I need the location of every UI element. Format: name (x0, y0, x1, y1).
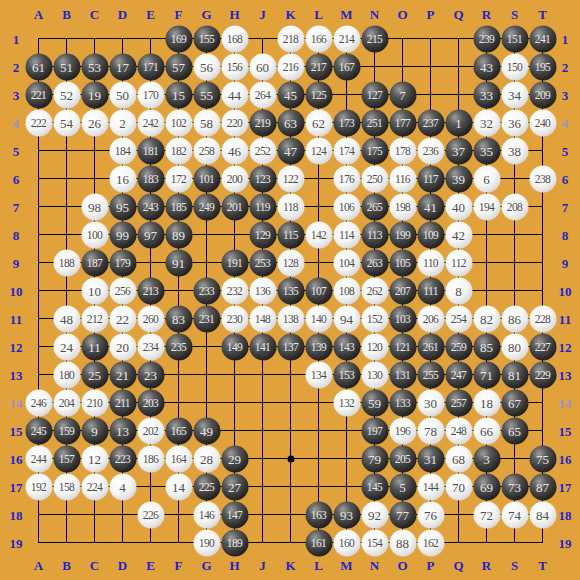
black-stone: 145 (361, 473, 388, 500)
row-label-left: 1 (13, 32, 20, 45)
white-stone: 174 (333, 137, 360, 164)
white-stone: 66 (473, 417, 500, 444)
black-stone: 165 (165, 417, 192, 444)
black-stone: 133 (389, 389, 416, 416)
black-stone: 11 (81, 333, 108, 360)
black-stone: 217 (305, 53, 332, 80)
black-stone: 91 (165, 249, 192, 276)
white-stone: 46 (221, 137, 248, 164)
white-stone: 240 (529, 109, 556, 136)
white-stone: 180 (53, 361, 80, 388)
column-label-top: B (62, 8, 71, 21)
column-label-bottom: T (538, 559, 547, 572)
black-stone: 65 (501, 417, 528, 444)
row-label-left: 15 (10, 424, 23, 437)
row-label-left: 19 (10, 536, 23, 549)
black-stone: 67 (501, 389, 528, 416)
white-stone: 176 (333, 165, 360, 192)
column-label-bottom: K (285, 559, 295, 572)
white-stone: 56 (193, 53, 220, 80)
black-stone: 35 (473, 137, 500, 164)
white-stone: 136 (249, 277, 276, 304)
black-stone: 191 (221, 249, 248, 276)
black-stone: 183 (137, 165, 164, 192)
column-label-bottom: B (62, 559, 71, 572)
black-stone: 79 (361, 445, 388, 472)
white-stone: 78 (417, 417, 444, 444)
black-stone: 135 (277, 277, 304, 304)
white-stone: 124 (305, 137, 332, 164)
black-stone: 237 (417, 109, 444, 136)
black-stone: 211 (109, 389, 136, 416)
white-stone: 20 (109, 333, 136, 360)
black-stone: 245 (25, 417, 52, 444)
white-stone: 244 (25, 445, 52, 472)
white-stone: 84 (529, 501, 556, 528)
row-label-right: 7 (562, 200, 569, 213)
black-stone: 111 (417, 277, 444, 304)
black-stone: 15 (165, 81, 192, 108)
black-stone: 175 (361, 137, 388, 164)
white-stone: 92 (361, 501, 388, 528)
white-stone: 118 (277, 193, 304, 220)
black-stone: 105 (389, 249, 416, 276)
black-stone: 243 (137, 193, 164, 220)
white-stone: 116 (389, 165, 416, 192)
black-stone: 21 (109, 361, 136, 388)
black-stone: 253 (249, 249, 276, 276)
black-stone: 93 (333, 501, 360, 528)
row-label-left: 16 (10, 452, 23, 465)
row-label-left: 4 (13, 116, 20, 129)
column-label-bottom: N (370, 559, 379, 572)
black-stone: 189 (221, 529, 248, 556)
row-label-right: 17 (559, 480, 572, 493)
black-stone: 63 (277, 109, 304, 136)
white-stone: 38 (501, 137, 528, 164)
black-stone: 265 (361, 193, 388, 220)
black-stone: 3 (473, 445, 500, 472)
white-stone: 134 (305, 361, 332, 388)
column-label-top: L (314, 8, 323, 21)
white-stone: 166 (305, 25, 332, 52)
white-stone: 44 (221, 81, 248, 108)
white-stone: 192 (25, 473, 52, 500)
white-stone: 128 (277, 249, 304, 276)
white-stone: 230 (221, 305, 248, 332)
black-stone: 129 (249, 221, 276, 248)
white-stone: 130 (361, 361, 388, 388)
row-label-right: 18 (559, 508, 572, 521)
black-stone: 89 (165, 221, 192, 248)
black-stone: 251 (361, 109, 388, 136)
black-stone: 75 (529, 445, 556, 472)
white-stone: 228 (529, 305, 556, 332)
black-stone: 163 (305, 501, 332, 528)
white-stone: 80 (501, 333, 528, 360)
black-stone: 95 (109, 193, 136, 220)
black-stone: 205 (389, 445, 416, 472)
column-label-top: D (118, 8, 127, 21)
column-label-top: A (34, 8, 43, 21)
white-stone: 232 (221, 277, 248, 304)
column-label-bottom: M (340, 559, 352, 572)
black-stone: 97 (137, 221, 164, 248)
white-stone: 196 (389, 417, 416, 444)
black-stone: 215 (361, 25, 388, 52)
go-board[interactable]: AABBCCDDEEFFGGHHJJKKLLMMNNOOPPQQRRSSTT11… (0, 0, 580, 580)
white-stone: 248 (445, 417, 472, 444)
black-stone: 239 (473, 25, 500, 52)
column-label-bottom: Q (453, 559, 463, 572)
white-stone: 140 (305, 305, 332, 332)
white-stone: 172 (165, 165, 192, 192)
black-stone: 53 (81, 53, 108, 80)
row-label-right: 16 (559, 452, 572, 465)
black-stone: 19 (81, 81, 108, 108)
black-stone: 229 (529, 361, 556, 388)
black-stone: 83 (165, 305, 192, 332)
black-stone: 37 (445, 137, 472, 164)
row-label-left: 5 (13, 144, 20, 157)
column-label-top: R (482, 8, 491, 21)
white-stone: 48 (53, 305, 80, 332)
row-label-right: 6 (562, 172, 569, 185)
white-stone: 72 (473, 501, 500, 528)
white-stone: 148 (249, 305, 276, 332)
white-stone: 50 (109, 81, 136, 108)
black-stone: 13 (109, 417, 136, 444)
column-label-bottom: O (397, 559, 407, 572)
black-stone: 255 (417, 361, 444, 388)
black-stone: 241 (529, 25, 556, 52)
white-stone: 110 (417, 249, 444, 276)
black-stone: 131 (389, 361, 416, 388)
black-stone: 71 (473, 361, 500, 388)
white-stone: 200 (221, 165, 248, 192)
white-stone: 184 (109, 137, 136, 164)
black-stone: 45 (277, 81, 304, 108)
black-stone: 199 (389, 221, 416, 248)
black-stone: 143 (333, 333, 360, 360)
black-stone: 55 (193, 81, 220, 108)
black-stone: 29 (221, 445, 248, 472)
white-stone: 120 (361, 333, 388, 360)
row-label-left: 3 (13, 88, 20, 101)
column-label-top: E (146, 8, 155, 21)
black-stone: 149 (221, 333, 248, 360)
column-label-bottom: R (482, 559, 491, 572)
column-label-bottom: J (259, 559, 266, 572)
row-label-left: 14 (10, 396, 23, 409)
black-stone: 117 (417, 165, 444, 192)
black-stone: 41 (417, 193, 444, 220)
black-stone: 59 (361, 389, 388, 416)
white-stone: 214 (333, 25, 360, 52)
row-label-right: 10 (559, 284, 572, 297)
black-stone: 223 (109, 445, 136, 472)
black-stone: 233 (193, 277, 220, 304)
white-stone: 6 (473, 165, 500, 192)
white-stone: 158 (53, 473, 80, 500)
black-stone: 77 (389, 501, 416, 528)
black-stone: 263 (361, 249, 388, 276)
row-label-right: 12 (559, 340, 572, 353)
white-stone: 42 (445, 221, 472, 248)
black-stone: 113 (361, 221, 388, 248)
white-stone: 22 (109, 305, 136, 332)
black-stone: 115 (277, 221, 304, 248)
column-label-top: C (90, 8, 99, 21)
black-stone: 123 (249, 165, 276, 192)
column-label-top: K (285, 8, 295, 21)
black-stone: 31 (417, 445, 444, 472)
black-stone: 181 (137, 137, 164, 164)
black-stone: 155 (193, 25, 220, 52)
black-stone: 203 (137, 389, 164, 416)
white-stone: 138 (277, 305, 304, 332)
white-stone: 246 (25, 389, 52, 416)
black-stone: 219 (249, 109, 276, 136)
black-stone: 187 (81, 249, 108, 276)
white-stone: 10 (81, 277, 108, 304)
white-stone: 216 (277, 53, 304, 80)
black-stone: 7 (389, 81, 416, 108)
row-label-right: 5 (562, 144, 569, 157)
white-stone: 108 (333, 277, 360, 304)
black-stone: 235 (165, 333, 192, 360)
row-label-right: 13 (559, 368, 572, 381)
column-label-bottom: H (229, 559, 239, 572)
white-stone: 218 (277, 25, 304, 52)
white-stone: 18 (473, 389, 500, 416)
black-stone: 231 (193, 305, 220, 332)
grid-line-horizontal (38, 514, 543, 515)
black-stone: 39 (445, 165, 472, 192)
black-stone: 87 (529, 473, 556, 500)
white-stone: 162 (417, 529, 444, 556)
row-label-right: 4 (562, 116, 569, 129)
row-label-left: 11 (10, 312, 22, 325)
black-stone: 159 (53, 417, 80, 444)
white-stone: 220 (221, 109, 248, 136)
white-stone: 252 (249, 137, 276, 164)
row-label-left: 17 (10, 480, 23, 493)
white-stone: 86 (501, 305, 528, 332)
star-point (287, 455, 294, 462)
black-stone: 49 (193, 417, 220, 444)
white-stone: 98 (81, 193, 108, 220)
white-stone: 34 (501, 81, 528, 108)
black-stone: 107 (305, 277, 332, 304)
black-stone: 169 (165, 25, 192, 52)
white-stone: 104 (333, 249, 360, 276)
black-stone: 221 (25, 81, 52, 108)
column-label-top: S (511, 8, 518, 21)
row-label-left: 12 (10, 340, 23, 353)
column-label-top: F (175, 8, 183, 21)
grid-line-horizontal (38, 542, 543, 543)
black-stone: 179 (109, 249, 136, 276)
column-label-top: T (538, 8, 547, 21)
white-stone: 122 (277, 165, 304, 192)
black-stone: 33 (473, 81, 500, 108)
black-stone: 141 (249, 333, 276, 360)
white-stone: 62 (305, 109, 332, 136)
black-stone: 173 (333, 109, 360, 136)
white-stone: 94 (333, 305, 360, 332)
column-label-top: J (259, 8, 266, 21)
column-label-top: H (229, 8, 239, 21)
column-label-bottom: S (511, 559, 518, 572)
row-label-left: 7 (13, 200, 20, 213)
black-stone: 201 (221, 193, 248, 220)
white-stone: 142 (305, 221, 332, 248)
white-stone: 58 (193, 109, 220, 136)
white-stone: 14 (165, 473, 192, 500)
white-stone: 260 (137, 305, 164, 332)
white-stone: 182 (165, 137, 192, 164)
black-stone: 125 (305, 81, 332, 108)
white-stone: 146 (193, 501, 220, 528)
black-stone: 103 (389, 305, 416, 332)
white-stone: 76 (417, 501, 444, 528)
white-stone: 82 (473, 305, 500, 332)
column-label-bottom: A (34, 559, 43, 572)
white-stone: 106 (333, 193, 360, 220)
white-stone: 114 (333, 221, 360, 248)
white-stone: 4 (109, 473, 136, 500)
white-stone: 112 (445, 249, 472, 276)
white-stone: 178 (389, 137, 416, 164)
black-stone: 47 (277, 137, 304, 164)
white-stone: 204 (53, 389, 80, 416)
black-stone: 249 (193, 193, 220, 220)
white-stone: 262 (361, 277, 388, 304)
black-stone: 213 (137, 277, 164, 304)
white-stone: 68 (445, 445, 472, 472)
white-stone: 150 (501, 53, 528, 80)
row-label-right: 15 (559, 424, 572, 437)
white-stone: 32 (473, 109, 500, 136)
black-stone: 207 (389, 277, 416, 304)
black-stone: 5 (389, 473, 416, 500)
black-stone: 99 (109, 221, 136, 248)
black-stone: 81 (501, 361, 528, 388)
black-stone: 9 (81, 417, 108, 444)
black-stone: 157 (53, 445, 80, 472)
white-stone: 74 (501, 501, 528, 528)
black-stone: 177 (389, 109, 416, 136)
white-stone: 212 (81, 305, 108, 332)
row-label-left: 18 (10, 508, 23, 521)
column-label-bottom: E (146, 559, 155, 572)
column-label-top: P (427, 8, 435, 21)
black-stone: 209 (529, 81, 556, 108)
white-stone: 238 (529, 165, 556, 192)
white-stone: 2 (109, 109, 136, 136)
white-stone: 28 (193, 445, 220, 472)
white-stone: 36 (501, 109, 528, 136)
white-stone: 236 (417, 137, 444, 164)
black-stone: 167 (333, 53, 360, 80)
column-label-top: G (201, 8, 211, 21)
row-label-right: 19 (559, 536, 572, 549)
white-stone: 258 (193, 137, 220, 164)
white-stone: 198 (389, 193, 416, 220)
black-stone: 43 (473, 53, 500, 80)
white-stone: 208 (501, 193, 528, 220)
column-label-top: M (340, 8, 352, 21)
white-stone: 264 (249, 81, 276, 108)
white-stone: 156 (221, 53, 248, 80)
white-stone: 188 (53, 249, 80, 276)
white-stone: 16 (109, 165, 136, 192)
white-stone: 12 (81, 445, 108, 472)
black-stone: 51 (53, 53, 80, 80)
black-stone: 225 (193, 473, 220, 500)
white-stone: 206 (417, 305, 444, 332)
row-label-right: 3 (562, 88, 569, 101)
column-label-bottom: D (118, 559, 127, 572)
black-stone: 61 (25, 53, 52, 80)
white-stone: 226 (137, 501, 164, 528)
black-stone: 195 (529, 53, 556, 80)
black-stone: 137 (277, 333, 304, 360)
row-label-right: 2 (562, 60, 569, 73)
white-stone: 170 (137, 81, 164, 108)
white-stone: 132 (333, 389, 360, 416)
black-stone: 121 (389, 333, 416, 360)
white-stone: 40 (445, 193, 472, 220)
white-stone: 250 (361, 165, 388, 192)
white-stone: 168 (221, 25, 248, 52)
black-stone: 25 (81, 361, 108, 388)
white-stone: 8 (445, 277, 472, 304)
column-label-bottom: L (314, 559, 323, 572)
row-label-right: 1 (562, 32, 569, 45)
black-stone: 197 (361, 417, 388, 444)
row-label-left: 9 (13, 256, 20, 269)
black-stone: 171 (137, 53, 164, 80)
white-stone: 194 (473, 193, 500, 220)
white-stone: 224 (81, 473, 108, 500)
white-stone: 222 (25, 109, 52, 136)
white-stone: 54 (53, 109, 80, 136)
black-stone: 1 (445, 109, 472, 136)
column-label-top: Q (453, 8, 463, 21)
black-stone: 73 (501, 473, 528, 500)
white-stone: 26 (81, 109, 108, 136)
white-stone: 202 (137, 417, 164, 444)
black-stone: 259 (445, 333, 472, 360)
row-label-right: 11 (559, 312, 571, 325)
column-label-bottom: F (175, 559, 183, 572)
black-stone: 85 (473, 333, 500, 360)
black-stone: 257 (445, 389, 472, 416)
black-stone: 69 (473, 473, 500, 500)
row-label-right: 14 (559, 396, 572, 409)
row-label-left: 2 (13, 60, 20, 73)
row-label-left: 8 (13, 228, 20, 241)
white-stone: 164 (165, 445, 192, 472)
white-stone: 100 (81, 221, 108, 248)
white-stone: 60 (249, 53, 276, 80)
white-stone: 210 (81, 389, 108, 416)
row-label-right: 8 (562, 228, 569, 241)
black-stone: 151 (501, 25, 528, 52)
white-stone: 234 (137, 333, 164, 360)
